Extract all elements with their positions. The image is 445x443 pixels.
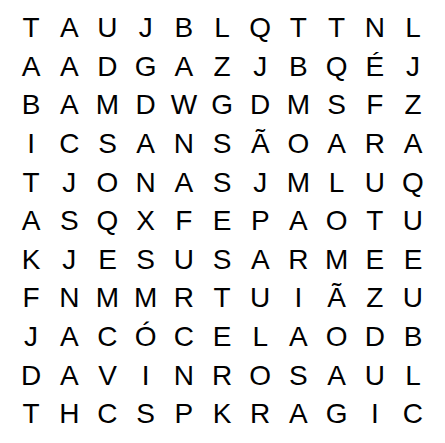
grid-cell-r10c4[interactable]: I <box>127 356 165 395</box>
grid-cell-r2c8[interactable]: B <box>279 48 317 87</box>
grid-cell-r1c6[interactable]: L <box>203 9 241 48</box>
grid-cell-r3c7[interactable]: D <box>241 86 279 125</box>
grid-cell-r2c7[interactable]: J <box>241 48 279 87</box>
grid-cell-r2c4[interactable]: G <box>127 48 165 87</box>
grid-cell-r4c10[interactable]: R <box>356 125 394 164</box>
grid-cell-r2c10[interactable]: É <box>356 48 394 87</box>
grid-cell-r3c1[interactable]: B <box>12 86 50 125</box>
grid-cell-r5c11[interactable]: Q <box>394 163 432 202</box>
grid-cell-r9c10[interactable]: D <box>356 318 394 357</box>
grid-cell-r4c9[interactable]: A <box>318 125 356 164</box>
grid-cell-r5c3[interactable]: O <box>88 163 126 202</box>
grid-cell-r8c7[interactable]: U <box>241 279 279 318</box>
grid-cell-r9c2[interactable]: A <box>50 318 88 357</box>
grid-cell-r4c11[interactable]: A <box>394 125 432 164</box>
grid-cell-r2c6[interactable]: Z <box>203 48 241 87</box>
grid-cell-r7c1[interactable]: K <box>12 241 50 280</box>
grid-cell-r2c11[interactable]: J <box>394 48 432 87</box>
grid-cell-r9c3[interactable]: C <box>88 318 126 357</box>
grid-cell-r2c2[interactable]: A <box>50 48 88 87</box>
grid-cell-r4c4[interactable]: A <box>127 125 165 164</box>
grid-cell-r5c7[interactable]: J <box>241 163 279 202</box>
grid-cell-r10c10[interactable]: U <box>356 356 394 395</box>
grid-cell-r6c6[interactable]: E <box>203 202 241 241</box>
grid-cell-r3c3[interactable]: M <box>88 86 126 125</box>
grid-cell-r4c6[interactable]: S <box>203 125 241 164</box>
grid-cell-r3c10[interactable]: F <box>356 86 394 125</box>
grid-cell-r11c4[interactable]: S <box>127 395 165 434</box>
grid-cell-r8c1[interactable]: F <box>12 279 50 318</box>
grid-cell-r6c1[interactable]: A <box>12 202 50 241</box>
grid-cell-r9c9[interactable]: O <box>318 318 356 357</box>
grid-cell-r7c11[interactable]: E <box>394 241 432 280</box>
grid-cell-r11c6[interactable]: K <box>203 395 241 434</box>
grid-cell-r11c7[interactable]: R <box>241 395 279 434</box>
grid-cell-r3c9[interactable]: S <box>318 86 356 125</box>
grid-cell-r7c8[interactable]: R <box>279 241 317 280</box>
grid-cell-r6c5[interactable]: F <box>165 202 203 241</box>
grid-cell-r5c9[interactable]: L <box>318 163 356 202</box>
grid-cell-r5c5[interactable]: A <box>165 163 203 202</box>
grid-cell-r6c4[interactable]: X <box>127 202 165 241</box>
grid-cell-r7c6[interactable]: S <box>203 241 241 280</box>
grid-cell-r10c3[interactable]: V <box>88 356 126 395</box>
grid-cell-r3c5[interactable]: W <box>165 86 203 125</box>
grid-cell-r1c7[interactable]: Q <box>241 9 279 48</box>
grid-cell-r6c8[interactable]: A <box>279 202 317 241</box>
grid-cell-r11c10[interactable]: I <box>356 395 394 434</box>
grid-cell-r8c5[interactable]: R <box>165 279 203 318</box>
grid-cell-r4c5[interactable]: N <box>165 125 203 164</box>
grid-cell-r1c11[interactable]: L <box>394 9 432 48</box>
grid-cell-r8c11[interactable]: U <box>394 279 432 318</box>
grid-cell-r10c5[interactable]: N <box>165 356 203 395</box>
letter-grid: TAUJBLQTTNLAADGAZJBQÉJBAMDWGDMSFZICSANSÃ… <box>12 9 432 434</box>
grid-cell-r3c8[interactable]: M <box>279 86 317 125</box>
grid-cell-r9c5[interactable]: C <box>165 318 203 357</box>
grid-cell-r5c6[interactable]: S <box>203 163 241 202</box>
grid-cell-r11c2[interactable]: H <box>50 395 88 434</box>
grid-cell-r4c2[interactable]: C <box>50 125 88 164</box>
grid-cell-r5c2[interactable]: J <box>50 163 88 202</box>
grid-cell-r11c5[interactable]: P <box>165 395 203 434</box>
grid-cell-r3c2[interactable]: A <box>50 86 88 125</box>
grid-cell-r1c4[interactable]: J <box>127 9 165 48</box>
grid-cell-r7c2[interactable]: J <box>50 241 88 280</box>
grid-cell-r7c5[interactable]: U <box>165 241 203 280</box>
grid-cell-r11c8[interactable]: A <box>279 395 317 434</box>
grid-cell-r4c3[interactable]: S <box>88 125 126 164</box>
grid-cell-r10c6[interactable]: R <box>203 356 241 395</box>
grid-cell-r6c7[interactable]: P <box>241 202 279 241</box>
grid-cell-r3c11[interactable]: Z <box>394 86 432 125</box>
grid-cell-r1c8[interactable]: T <box>279 9 317 48</box>
grid-cell-r4c1[interactable]: I <box>12 125 50 164</box>
grid-cell-r2c3[interactable]: D <box>88 48 126 87</box>
grid-cell-r9c6[interactable]: E <box>203 318 241 357</box>
grid-cell-r10c2[interactable]: A <box>50 356 88 395</box>
grid-cell-r8c2[interactable]: N <box>50 279 88 318</box>
grid-cell-r7c4[interactable]: S <box>127 241 165 280</box>
grid-cell-r7c3[interactable]: E <box>88 241 126 280</box>
grid-cell-r1c3[interactable]: U <box>88 9 126 48</box>
grid-cell-r8c6[interactable]: T <box>203 279 241 318</box>
grid-cell-r1c10[interactable]: N <box>356 9 394 48</box>
grid-cell-r5c8[interactable]: M <box>279 163 317 202</box>
grid-cell-r10c9[interactable]: A <box>318 356 356 395</box>
grid-cell-r10c11[interactable]: L <box>394 356 432 395</box>
grid-cell-r5c10[interactable]: U <box>356 163 394 202</box>
word-search-board: TAUJBLQTTNLAADGAZJBQÉJBAMDWGDMSFZICSANSÃ… <box>0 0 445 443</box>
grid-cell-r8c10[interactable]: Z <box>356 279 394 318</box>
grid-cell-r7c10[interactable]: E <box>356 241 394 280</box>
grid-cell-r10c8[interactable]: S <box>279 356 317 395</box>
grid-cell-r8c4[interactable]: M <box>127 279 165 318</box>
grid-cell-r6c2[interactable]: S <box>50 202 88 241</box>
grid-cell-r6c9[interactable]: O <box>318 202 356 241</box>
grid-cell-r10c7[interactable]: O <box>241 356 279 395</box>
grid-cell-r7c7[interactable]: A <box>241 241 279 280</box>
grid-cell-r7c9[interactable]: M <box>318 241 356 280</box>
grid-cell-r11c1[interactable]: T <box>12 395 50 434</box>
grid-cell-r2c9[interactable]: Q <box>318 48 356 87</box>
grid-cell-r8c9[interactable]: Ã <box>318 279 356 318</box>
grid-cell-r5c4[interactable]: N <box>127 163 165 202</box>
grid-cell-r9c11[interactable]: B <box>394 318 432 357</box>
grid-cell-r8c8[interactable]: I <box>279 279 317 318</box>
grid-cell-r2c1[interactable]: A <box>12 48 50 87</box>
grid-cell-r6c10[interactable]: T <box>356 202 394 241</box>
grid-cell-r9c7[interactable]: L <box>241 318 279 357</box>
grid-cell-r8c3[interactable]: M <box>88 279 126 318</box>
grid-cell-r5c1[interactable]: T <box>12 163 50 202</box>
grid-cell-r6c11[interactable]: U <box>394 202 432 241</box>
grid-cell-r9c1[interactable]: J <box>12 318 50 357</box>
grid-cell-r3c4[interactable]: D <box>127 86 165 125</box>
grid-cell-r3c6[interactable]: G <box>203 86 241 125</box>
grid-cell-r11c9[interactable]: G <box>318 395 356 434</box>
grid-cell-r1c9[interactable]: T <box>318 9 356 48</box>
grid-cell-r11c3[interactable]: C <box>88 395 126 434</box>
grid-cell-r4c8[interactable]: O <box>279 125 317 164</box>
grid-cell-r2c5[interactable]: A <box>165 48 203 87</box>
grid-cell-r1c5[interactable]: B <box>165 9 203 48</box>
grid-cell-r1c1[interactable]: T <box>12 9 50 48</box>
grid-cell-r9c4[interactable]: Ó <box>127 318 165 357</box>
grid-cell-r9c8[interactable]: A <box>279 318 317 357</box>
grid-cell-r6c3[interactable]: Q <box>88 202 126 241</box>
grid-cell-r1c2[interactable]: A <box>50 9 88 48</box>
grid-cell-r11c11[interactable]: C <box>394 395 432 434</box>
grid-cell-r10c1[interactable]: D <box>12 356 50 395</box>
grid-cell-r4c7[interactable]: Ã <box>241 125 279 164</box>
